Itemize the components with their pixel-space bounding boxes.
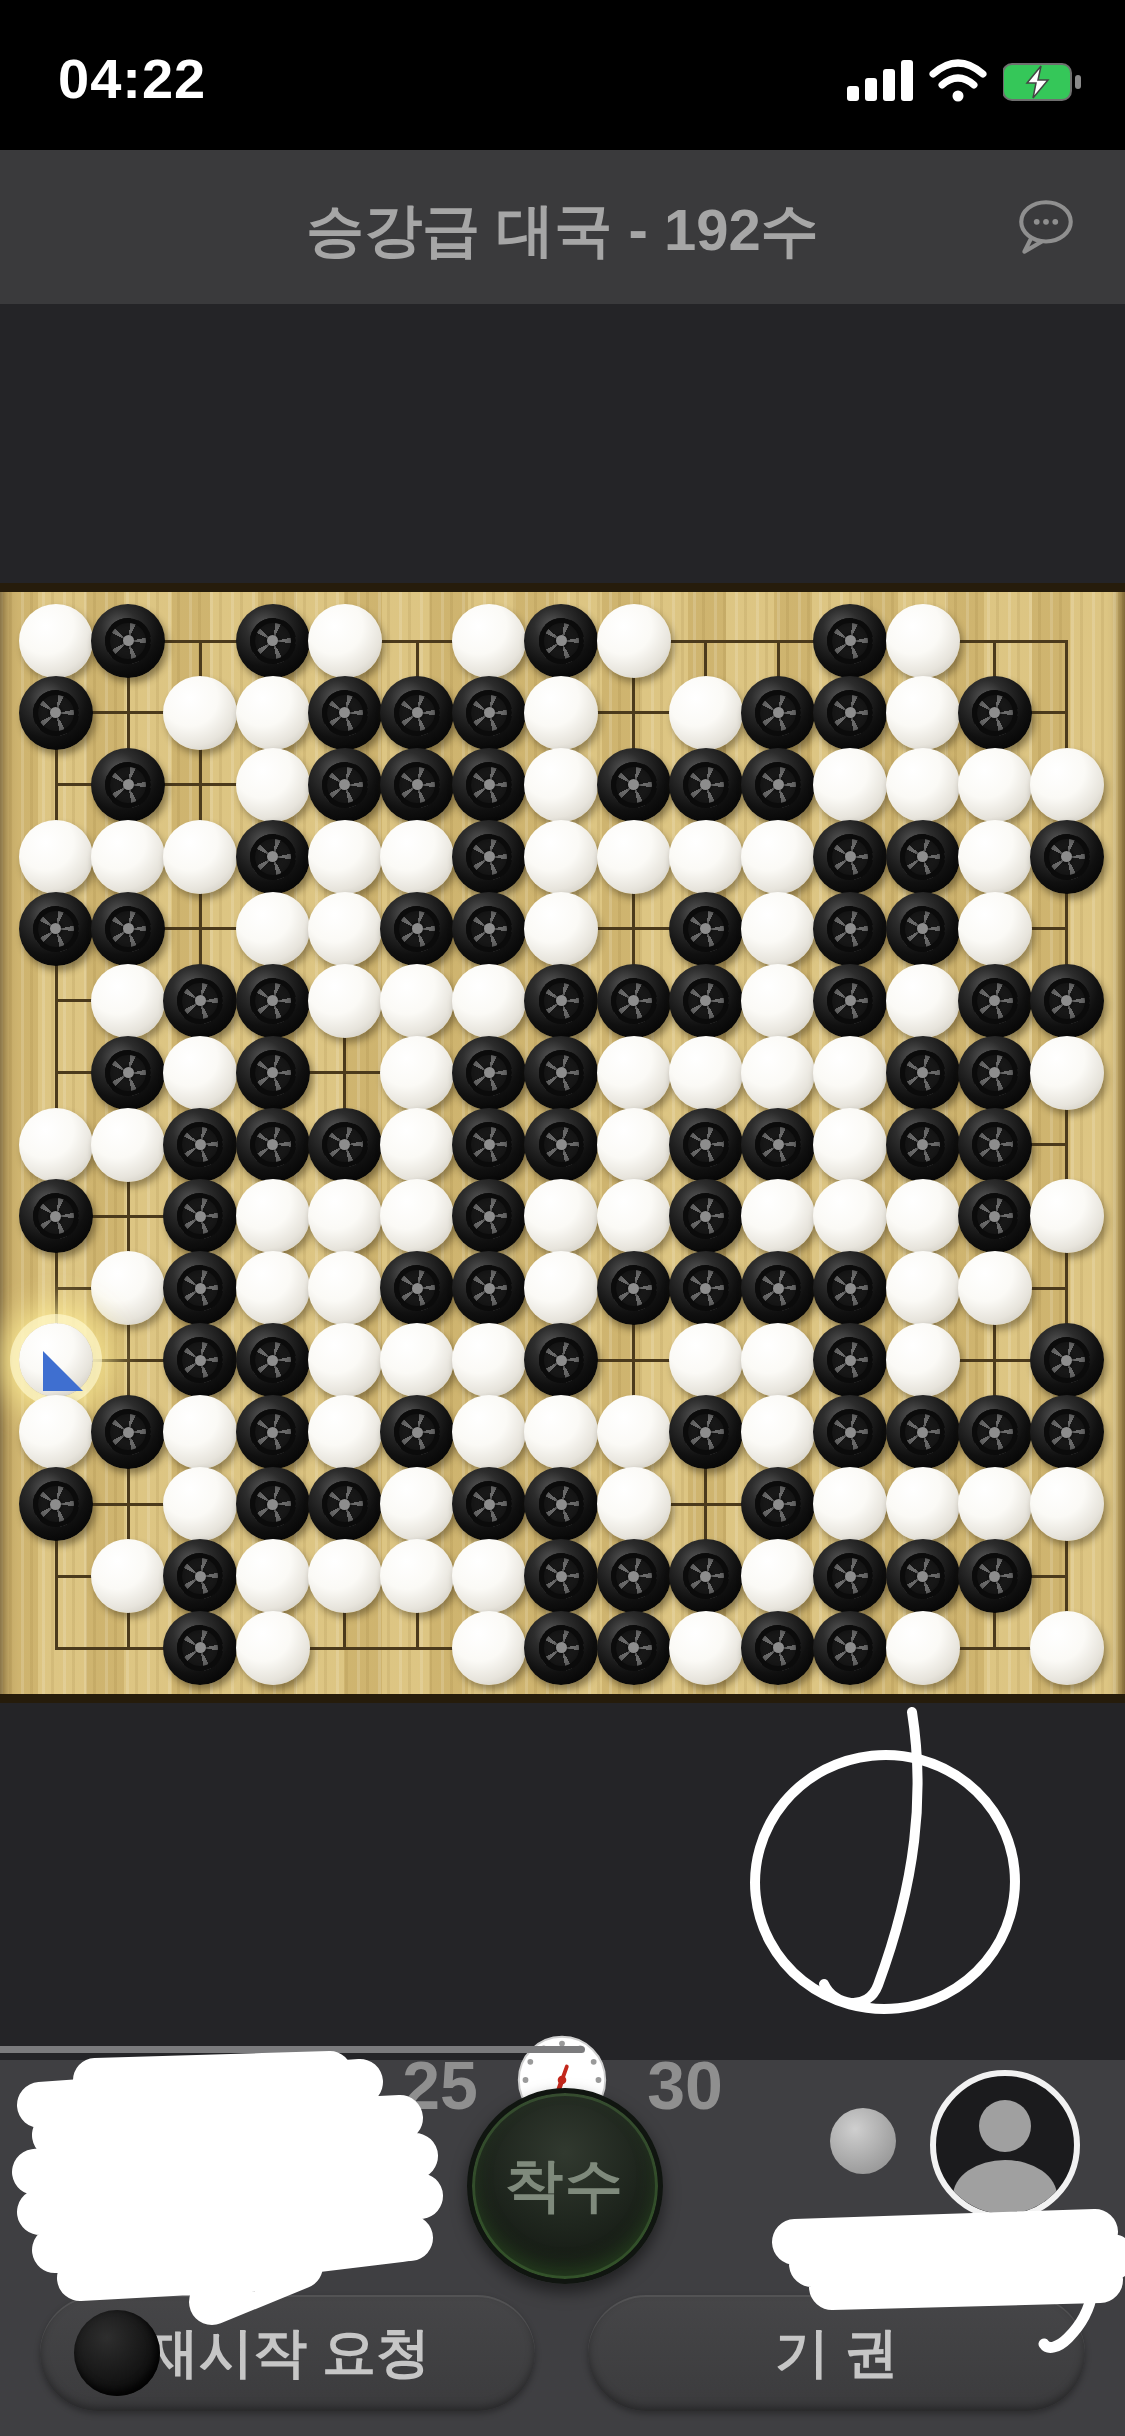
black-stone xyxy=(958,1036,1032,1110)
white-stone xyxy=(380,820,454,894)
white-stone xyxy=(236,1539,310,1613)
black-stone xyxy=(1030,964,1104,1038)
black-stone xyxy=(813,892,887,966)
black-stone xyxy=(741,1108,815,1182)
black-stone xyxy=(163,1179,237,1253)
white-stone xyxy=(1030,1179,1104,1253)
black-stone xyxy=(741,748,815,822)
black-stone xyxy=(308,748,382,822)
white-stone xyxy=(380,1467,454,1541)
black-stone xyxy=(308,676,382,750)
white-stone xyxy=(236,676,310,750)
white-stone xyxy=(669,1036,743,1110)
black-stone xyxy=(813,1395,887,1469)
black-stone xyxy=(741,1611,815,1685)
white-stone xyxy=(958,1467,1032,1541)
black-stone xyxy=(19,676,93,750)
person-silhouette-icon xyxy=(979,2100,1031,2152)
black-stone xyxy=(886,820,960,894)
white-stone xyxy=(741,1036,815,1110)
place-stone-label: 착수 xyxy=(505,2147,625,2225)
white-stone xyxy=(741,1179,815,1253)
white-stone xyxy=(1030,748,1104,822)
black-stone xyxy=(813,964,887,1038)
white-stone xyxy=(19,820,93,894)
black-stone xyxy=(597,964,671,1038)
black-stone xyxy=(452,748,526,822)
white-stone xyxy=(308,820,382,894)
white-timer-value: 30 xyxy=(615,2046,755,2124)
white-stone xyxy=(308,1395,382,1469)
go-board[interactable] xyxy=(0,583,1125,1703)
white-stone xyxy=(91,1108,165,1182)
player-panel: 25 30 착수 재시작 요청 기 권 xyxy=(0,2060,1125,2436)
white-stone xyxy=(597,1179,671,1253)
black-stone xyxy=(91,604,165,678)
black-stone xyxy=(958,1179,1032,1253)
black-stone xyxy=(452,1036,526,1110)
white-stone xyxy=(958,1251,1032,1325)
white-stone xyxy=(19,1323,93,1397)
white-stone xyxy=(597,1036,671,1110)
status-bar: 04:22 xyxy=(0,0,1125,150)
black-stone xyxy=(669,748,743,822)
white-stone xyxy=(813,1036,887,1110)
black-stone xyxy=(452,1467,526,1541)
black-stone xyxy=(597,1539,671,1613)
black-stone xyxy=(163,1611,237,1685)
white-stone xyxy=(813,1108,887,1182)
white-stone xyxy=(452,1611,526,1685)
restart-request-label: 재시작 요청 xyxy=(145,2317,430,2390)
white-stone xyxy=(91,820,165,894)
black-stone xyxy=(886,1036,960,1110)
white-stone xyxy=(958,748,1032,822)
black-stone xyxy=(163,1251,237,1325)
white-stone xyxy=(597,820,671,894)
white-stone xyxy=(1030,1467,1104,1541)
white-stone xyxy=(380,1179,454,1253)
black-stone xyxy=(597,1251,671,1325)
black-stone xyxy=(597,748,671,822)
white-stone xyxy=(452,964,526,1038)
white-stone xyxy=(597,604,671,678)
wifi-icon xyxy=(929,58,987,102)
black-player-avatar[interactable] xyxy=(95,2070,245,2220)
black-stone xyxy=(91,748,165,822)
white-stone xyxy=(524,892,598,966)
black-stone xyxy=(380,1395,454,1469)
white-stone xyxy=(886,964,960,1038)
white-stone xyxy=(524,820,598,894)
white-stone-indicator xyxy=(830,2108,896,2174)
hand-drawn-circle xyxy=(742,1742,1027,2022)
white-stone xyxy=(380,1323,454,1397)
white-stone xyxy=(380,1539,454,1613)
white-stone xyxy=(91,1251,165,1325)
black-stone xyxy=(597,1611,671,1685)
cellular-signal-icon xyxy=(847,58,913,102)
white-stone xyxy=(308,1323,382,1397)
black-stone xyxy=(380,676,454,750)
black-stone xyxy=(741,676,815,750)
white-stone xyxy=(308,964,382,1038)
white-stone xyxy=(741,964,815,1038)
white-stone xyxy=(813,1179,887,1253)
black-stone xyxy=(1030,1323,1104,1397)
black-stone xyxy=(669,1251,743,1325)
white-stone xyxy=(1030,1036,1104,1110)
black-stone xyxy=(958,1108,1032,1182)
white-stone xyxy=(886,604,960,678)
white-stone xyxy=(163,1395,237,1469)
black-stone xyxy=(236,1395,310,1469)
black-stone xyxy=(452,676,526,750)
black-stone xyxy=(452,892,526,966)
white-stone xyxy=(886,1251,960,1325)
white-stone xyxy=(452,1395,526,1469)
white-stone xyxy=(741,820,815,894)
black-stone xyxy=(669,964,743,1038)
black-stone xyxy=(163,964,237,1038)
black-stone xyxy=(236,604,310,678)
white-stone xyxy=(524,1395,598,1469)
white-stone xyxy=(958,892,1032,966)
black-stone xyxy=(813,1611,887,1685)
white-player-avatar[interactable] xyxy=(930,2070,1080,2220)
black-stone xyxy=(669,892,743,966)
black-stone xyxy=(813,1323,887,1397)
black-stone xyxy=(741,1251,815,1325)
white-stone xyxy=(669,820,743,894)
black-stone-icon xyxy=(74,2310,160,2396)
white-stone xyxy=(886,1467,960,1541)
black-stone xyxy=(308,1467,382,1541)
white-stone xyxy=(163,1467,237,1541)
black-stone xyxy=(91,1036,165,1110)
black-stone xyxy=(236,1323,310,1397)
black-stone xyxy=(524,604,598,678)
black-stone xyxy=(669,1395,743,1469)
black-stone xyxy=(380,1251,454,1325)
black-stone xyxy=(236,1108,310,1182)
black-stone xyxy=(308,1108,382,1182)
hand-drawn-stroke xyxy=(824,1712,918,2003)
white-stone xyxy=(452,1323,526,1397)
black-stone xyxy=(886,1395,960,1469)
white-stone xyxy=(669,1323,743,1397)
black-stone xyxy=(163,1323,237,1397)
black-stone-indicator xyxy=(252,2114,318,2180)
black-stone xyxy=(524,1467,598,1541)
white-stone xyxy=(236,892,310,966)
white-stone xyxy=(308,892,382,966)
black-stone xyxy=(813,676,887,750)
place-stone-button[interactable]: 착수 xyxy=(467,2088,663,2284)
black-stone xyxy=(452,1108,526,1182)
white-stone xyxy=(236,1611,310,1685)
restart-request-button[interactable]: 재시작 요청 xyxy=(40,2295,535,2411)
black-stone xyxy=(91,892,165,966)
white-stone xyxy=(524,1179,598,1253)
black-stone xyxy=(669,1108,743,1182)
white-stone xyxy=(741,1395,815,1469)
black-stone xyxy=(524,1611,598,1685)
white-stone xyxy=(308,1539,382,1613)
white-stone xyxy=(524,1251,598,1325)
white-stone xyxy=(19,1395,93,1469)
black-stone xyxy=(669,1179,743,1253)
black-stone xyxy=(524,1108,598,1182)
black-stone xyxy=(958,676,1032,750)
white-stone xyxy=(452,604,526,678)
white-stone xyxy=(886,1179,960,1253)
white-stone xyxy=(236,1251,310,1325)
last-move-marker xyxy=(43,1351,83,1391)
white-stone xyxy=(380,1036,454,1110)
white-stone xyxy=(1030,1611,1104,1685)
black-stone xyxy=(886,892,960,966)
black-stone xyxy=(19,1467,93,1541)
white-stone xyxy=(452,1539,526,1613)
chat-bubble-icon[interactable] xyxy=(1013,194,1079,260)
white-stone xyxy=(886,1323,960,1397)
battery-charging-icon xyxy=(1003,62,1083,102)
white-stone xyxy=(308,1251,382,1325)
black-stone xyxy=(380,748,454,822)
black-stone xyxy=(163,1539,237,1613)
black-stone xyxy=(741,1467,815,1541)
black-stone xyxy=(813,1539,887,1613)
black-stone xyxy=(524,1036,598,1110)
black-stone xyxy=(958,1539,1032,1613)
black-stone xyxy=(524,1323,598,1397)
white-stone xyxy=(813,1467,887,1541)
white-stone xyxy=(886,676,960,750)
white-stone xyxy=(236,1179,310,1253)
page-title: 승강급 대국 - 192수 xyxy=(0,192,1125,270)
black-stone xyxy=(524,1539,598,1613)
black-stone xyxy=(813,604,887,678)
black-stone xyxy=(813,1251,887,1325)
black-stone xyxy=(91,1395,165,1469)
white-stone xyxy=(669,1611,743,1685)
white-stone xyxy=(741,1323,815,1397)
white-stone xyxy=(236,748,310,822)
black-stone xyxy=(452,1251,526,1325)
white-stone xyxy=(380,964,454,1038)
black-stone xyxy=(1030,1395,1104,1469)
white-stone xyxy=(19,604,93,678)
black-stone xyxy=(452,820,526,894)
white-stone xyxy=(597,1108,671,1182)
white-stone xyxy=(597,1467,671,1541)
status-icons xyxy=(847,58,1083,102)
white-stone xyxy=(813,748,887,822)
black-stone xyxy=(19,1179,93,1253)
white-stone xyxy=(163,676,237,750)
black-stone xyxy=(886,1108,960,1182)
white-stone xyxy=(886,748,960,822)
black-stone xyxy=(958,1395,1032,1469)
black-stone xyxy=(958,964,1032,1038)
black-stone xyxy=(524,964,598,1038)
black-stone xyxy=(236,964,310,1038)
black-stone xyxy=(163,1108,237,1182)
black-stone xyxy=(813,820,887,894)
resign-label: 기 권 xyxy=(775,2317,898,2390)
resign-button[interactable]: 기 권 xyxy=(588,2295,1085,2411)
white-stone xyxy=(524,676,598,750)
white-stone xyxy=(669,676,743,750)
black-stone xyxy=(1030,820,1104,894)
black-stone xyxy=(886,1539,960,1613)
white-stone xyxy=(163,820,237,894)
white-stone xyxy=(524,748,598,822)
white-stone xyxy=(958,820,1032,894)
black-stone xyxy=(380,892,454,966)
white-stone xyxy=(91,1539,165,1613)
nav-bar: 승강급 대국 - 192수 xyxy=(0,150,1125,304)
white-stone xyxy=(380,1108,454,1182)
black-stone xyxy=(19,892,93,966)
black-stone xyxy=(236,820,310,894)
white-stone xyxy=(308,604,382,678)
black-timer-value: 25 xyxy=(370,2046,510,2124)
white-stone xyxy=(91,964,165,1038)
scroll-indicator[interactable] xyxy=(0,2046,585,2053)
black-stone xyxy=(669,1539,743,1613)
white-stone xyxy=(741,892,815,966)
black-stone xyxy=(236,1467,310,1541)
white-stone xyxy=(741,1539,815,1613)
white-stone xyxy=(19,1108,93,1182)
black-stone xyxy=(452,1179,526,1253)
white-stone xyxy=(308,1179,382,1253)
white-stone xyxy=(163,1036,237,1110)
clock-time: 04:22 xyxy=(58,46,206,111)
white-stone xyxy=(886,1611,960,1685)
black-stone xyxy=(236,1036,310,1110)
white-stone xyxy=(597,1395,671,1469)
